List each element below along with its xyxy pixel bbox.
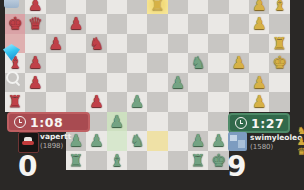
yellow-rook-piece[interactable]: ♜ — [147, 0, 167, 14]
board-square[interactable] — [46, 73, 66, 93]
board-square[interactable] — [229, 14, 249, 34]
red-pawn-piece[interactable]: ♟ — [25, 73, 45, 93]
board-square[interactable] — [269, 14, 289, 34]
yellow-pawn-piece[interactable]: ♟ — [249, 0, 269, 14]
board-square[interactable] — [147, 151, 167, 171]
board-square[interactable] — [127, 0, 147, 14]
board-square[interactable] — [46, 0, 66, 14]
captured-piece-icon: ♞ — [297, 126, 304, 136]
board-square[interactable] — [86, 14, 106, 34]
board-square — [46, 151, 66, 171]
search-icon[interactable] — [6, 71, 21, 86]
board-square[interactable] — [46, 53, 66, 73]
clock-icon — [14, 116, 26, 128]
green-rook-piece[interactable]: ♜ — [66, 151, 86, 171]
board-square[interactable] — [107, 34, 127, 54]
board-square[interactable] — [127, 34, 147, 54]
board-square[interactable] — [86, 151, 106, 171]
board-square[interactable]: ♜ — [188, 151, 208, 171]
board-square[interactable]: ♟ — [249, 92, 269, 112]
yellow-pawn-piece[interactable]: ♟ — [249, 14, 269, 34]
yellow-pawn-piece[interactable]: ♟ — [229, 53, 249, 73]
green-player-avatar[interactable] — [228, 132, 247, 151]
yellow-bishop-piece[interactable]: ♝ — [269, 0, 289, 14]
board-square[interactable]: ♞ — [127, 131, 147, 151]
board-square[interactable]: ♟ — [249, 73, 269, 93]
red-pawn-piece[interactable]: ♟ — [46, 34, 66, 54]
board-square[interactable]: ♝ — [269, 0, 289, 14]
board-square[interactable] — [46, 14, 66, 34]
board-square[interactable] — [86, 73, 106, 93]
board-square[interactable]: ♚ — [269, 53, 289, 73]
board-square[interactable] — [168, 0, 188, 14]
red-player-rating: (1898) — [40, 142, 63, 150]
board-square[interactable]: ♟ — [46, 34, 66, 54]
board-square[interactable] — [147, 34, 167, 54]
board-square[interactable]: ♚ — [208, 151, 228, 171]
background-strip-right — [290, 0, 304, 190]
board-square[interactable] — [107, 14, 127, 34]
green-knight-piece[interactable]: ♞ — [127, 131, 147, 151]
board-square[interactable]: ♟ — [208, 131, 228, 151]
search-handle — [15, 81, 20, 86]
board-square[interactable] — [86, 0, 106, 14]
board-square[interactable] — [168, 34, 188, 54]
board-square[interactable] — [66, 92, 86, 112]
green-bishop-piece[interactable]: ♝ — [107, 151, 127, 171]
stream-frame: ♟♜♟♝♚♛♟♟♟♞♜♝♟♞♟♚♟♟♟♜♟♟♟♟♟♟♞♟♟♜♝♜♚ 1:08 v… — [0, 0, 304, 190]
board-square[interactable] — [66, 73, 86, 93]
board-square[interactable] — [25, 92, 45, 112]
board-square[interactable]: ♟ — [25, 73, 45, 93]
board-square[interactable] — [127, 53, 147, 73]
red-king-piece[interactable]: ♚ — [5, 14, 25, 34]
green-pawn-piece[interactable]: ♟ — [127, 92, 147, 112]
board-square[interactable] — [229, 73, 249, 93]
green-player-name: swimyleoleo — [250, 134, 302, 142]
green-player-rating: (1580) — [250, 143, 273, 151]
board-square[interactable] — [107, 92, 127, 112]
board-square[interactable] — [86, 53, 106, 73]
unknown-blue-icon[interactable] — [4, 0, 19, 8]
background-strip-left — [0, 0, 5, 190]
board-square[interactable] — [168, 92, 188, 112]
board-square[interactable] — [208, 34, 228, 54]
board-square[interactable] — [208, 14, 228, 34]
board-square[interactable]: ♞ — [86, 34, 106, 54]
board-square[interactable] — [127, 73, 147, 93]
yellow-pawn-piece[interactable]: ♟ — [249, 92, 269, 112]
board-square[interactable] — [208, 53, 228, 73]
board-square[interactable] — [208, 73, 228, 93]
board-square[interactable] — [147, 53, 167, 73]
board-square[interactable]: ♟ — [25, 53, 45, 73]
board-square[interactable] — [147, 92, 167, 112]
board-square[interactable] — [107, 131, 127, 151]
board-square[interactable]: ♟ — [249, 14, 269, 34]
board-square[interactable] — [147, 14, 167, 34]
board-square[interactable] — [66, 53, 86, 73]
board-square[interactable]: ♚ — [5, 14, 25, 34]
board-square[interactable]: ♟ — [107, 112, 127, 132]
board-square[interactable] — [188, 92, 208, 112]
green-pawn-piece[interactable]: ♟ — [107, 112, 127, 132]
board-square[interactable] — [25, 34, 45, 54]
board-square[interactable]: ♟ — [86, 131, 106, 151]
board-square[interactable] — [107, 53, 127, 73]
board-square[interactable] — [168, 151, 188, 171]
yellow-king-piece[interactable]: ♚ — [269, 53, 289, 73]
red-knight-piece[interactable]: ♞ — [86, 34, 106, 54]
board-square[interactable] — [249, 34, 269, 54]
green-clock-time: 1:27 — [251, 116, 284, 131]
board-square[interactable] — [208, 0, 228, 14]
board-square[interactable]: ♜ — [66, 151, 86, 171]
board-square[interactable] — [168, 53, 188, 73]
board-square[interactable] — [188, 73, 208, 93]
yellow-pawn-piece[interactable]: ♟ — [249, 73, 269, 93]
board-square[interactable]: ♞ — [188, 53, 208, 73]
board-square[interactable] — [229, 92, 249, 112]
board-square[interactable]: ♟ — [25, 0, 45, 14]
board-square[interactable] — [147, 112, 167, 132]
board-square — [269, 151, 289, 171]
board-square[interactable] — [168, 131, 188, 151]
board-square[interactable] — [168, 14, 188, 34]
board-square[interactable] — [168, 112, 188, 132]
green-pawn-piece[interactable]: ♟ — [188, 131, 208, 151]
board-square[interactable] — [147, 131, 167, 151]
board-square[interactable] — [269, 92, 289, 112]
board-square[interactable] — [107, 0, 127, 14]
red-pawn-piece[interactable]: ♟ — [25, 53, 45, 73]
green-pawn-piece[interactable]: ♟ — [208, 131, 228, 151]
red-pawn-piece[interactable]: ♟ — [25, 0, 45, 14]
green-player-clock: 1:27 — [228, 113, 290, 133]
captured-piece-icon: ♛ — [297, 147, 304, 157]
board-square[interactable] — [188, 14, 208, 34]
board-square[interactable] — [127, 112, 147, 132]
clock-icon — [235, 117, 247, 129]
board-square[interactable] — [208, 112, 228, 132]
board-square — [249, 151, 269, 171]
red-queen-piece[interactable]: ♛ — [25, 14, 45, 34]
board-square[interactable]: ♟ — [168, 73, 188, 93]
board-square[interactable]: ♟ — [86, 92, 106, 112]
red-rook-piece[interactable]: ♜ — [5, 92, 25, 112]
red-player-clock: 1:08 — [7, 112, 90, 132]
board-square[interactable] — [46, 92, 66, 112]
board-square[interactable] — [229, 34, 249, 54]
board-square[interactable] — [66, 0, 86, 14]
board-square[interactable]: ♜ — [147, 0, 167, 14]
board-square[interactable] — [188, 34, 208, 54]
board-square[interactable]: ♜ — [269, 34, 289, 54]
board-square[interactable] — [188, 0, 208, 14]
green-pawn-piece[interactable]: ♟ — [86, 131, 106, 151]
board-square[interactable] — [249, 53, 269, 73]
board-square[interactable] — [188, 112, 208, 132]
background-strip-bottom — [0, 170, 304, 190]
board-square[interactable] — [269, 73, 289, 93]
red-clock-time: 1:08 — [30, 115, 63, 130]
green-player-score: 9 — [227, 150, 246, 183]
board-square[interactable] — [229, 0, 249, 14]
board-square[interactable] — [107, 73, 127, 93]
board-square[interactable]: ♟ — [229, 53, 249, 73]
board-square[interactable] — [208, 92, 228, 112]
red-pawn-piece[interactable]: ♟ — [86, 92, 106, 112]
board-square[interactable]: ♜ — [5, 92, 25, 112]
board-square[interactable]: ♛ — [25, 14, 45, 34]
board-square[interactable] — [127, 151, 147, 171]
board-square[interactable] — [127, 14, 147, 34]
board-square[interactable] — [147, 73, 167, 93]
board-square[interactable]: ♟ — [249, 0, 269, 14]
green-king-piece[interactable]: ♚ — [208, 151, 228, 171]
board-square[interactable]: ♟ — [127, 92, 147, 112]
green-pawn-piece[interactable]: ♟ — [168, 73, 188, 93]
board-square[interactable] — [66, 34, 86, 54]
red-player-score: 0 — [18, 150, 37, 183]
board-square[interactable]: ♟ — [188, 131, 208, 151]
board-square[interactable]: ♝ — [107, 151, 127, 171]
red-pawn-piece[interactable]: ♟ — [66, 14, 86, 34]
board-square[interactable]: ♟ — [66, 14, 86, 34]
green-knight-piece[interactable]: ♞ — [188, 53, 208, 73]
yellow-rook-piece[interactable]: ♜ — [269, 34, 289, 54]
red-player-name: vapertt — [40, 133, 71, 141]
green-rook-piece[interactable]: ♜ — [188, 151, 208, 171]
